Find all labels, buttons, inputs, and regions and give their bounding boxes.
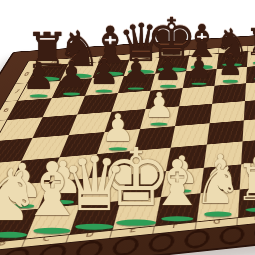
- pieces-layer: ♜♞♝♚♛♝♞♜♟♟♟♟♟♟♟♟♟♟♟♟♟♟♟♟♜♞♝♚♛♝♞♜: [0, 0, 255, 255]
- piece-black-pawn[interactable]: ♟: [121, 52, 150, 90]
- piece-black-pawn[interactable]: ♟: [56, 54, 88, 95]
- piece-black-pawn[interactable]: ♟: [217, 48, 243, 82]
- piece-black-pawn[interactable]: ♟: [154, 51, 182, 87]
- photo-background: ABCDEFGH ABCDEFGH 87654321 87654321 ♜♞♝♚…: [0, 0, 255, 255]
- piece-white-knight[interactable]: ♞: [0, 154, 41, 237]
- piece-black-pawn[interactable]: ♟: [249, 49, 255, 80]
- piece-black-pawn[interactable]: ♟: [22, 54, 55, 98]
- piece-black-pawn[interactable]: ♟: [186, 50, 213, 85]
- piece-white-pawn[interactable]: ♟: [144, 85, 175, 125]
- piece-black-pawn[interactable]: ♟: [89, 52, 120, 92]
